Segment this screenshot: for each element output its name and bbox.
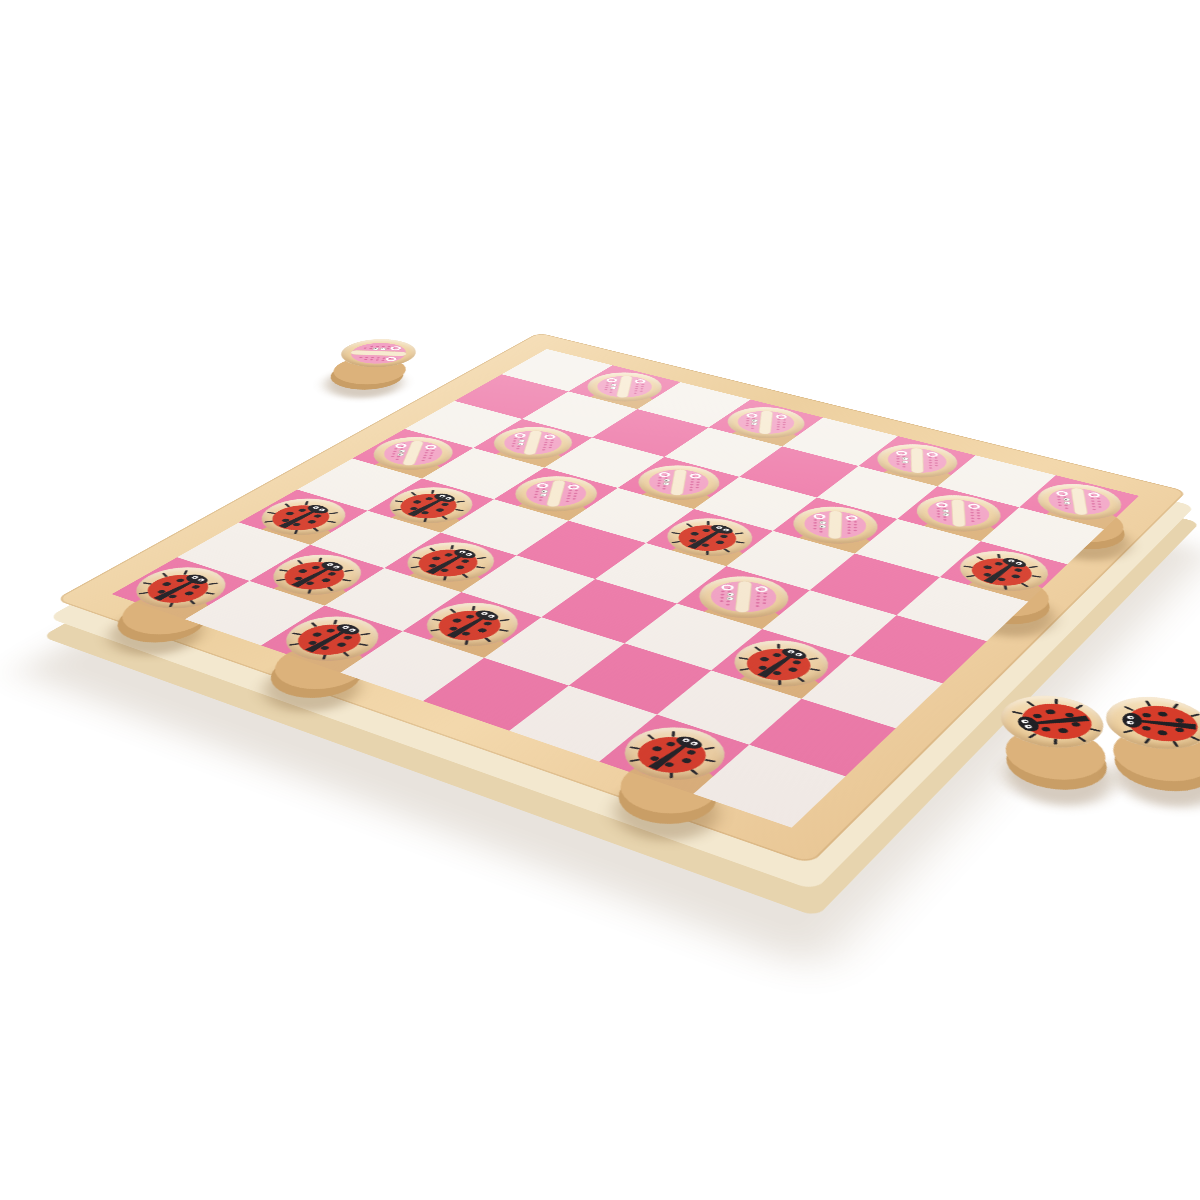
board-grid <box>112 349 1139 828</box>
pink-ladybug-art <box>514 476 598 511</box>
pink-ladybug-art <box>638 465 718 500</box>
checker-red-off-board[interactable] <box>984 686 1119 758</box>
checkers-board <box>55 333 1187 865</box>
pink-ladybug-art <box>339 339 418 367</box>
pink-ladybug-art <box>700 576 786 618</box>
pink-ladybug-art <box>587 372 661 401</box>
pink-ladybug-art <box>492 427 572 459</box>
pink-ladybug-art <box>920 495 999 532</box>
table-surface <box>0 240 1200 1146</box>
checker-red-off-board[interactable] <box>1090 687 1200 759</box>
pink-ladybug-art <box>729 407 803 438</box>
checker-pink-off-board[interactable] <box>326 334 431 373</box>
pink-ladybug-art <box>881 444 955 478</box>
red-ladybug-art <box>993 694 1113 749</box>
red-ladybug-art <box>1109 695 1200 752</box>
product-photo-scene: Checkers (Draughts) <box>0 0 1200 1200</box>
pink-ladybug-art <box>796 506 875 543</box>
pink-ladybug-art <box>1039 484 1121 520</box>
